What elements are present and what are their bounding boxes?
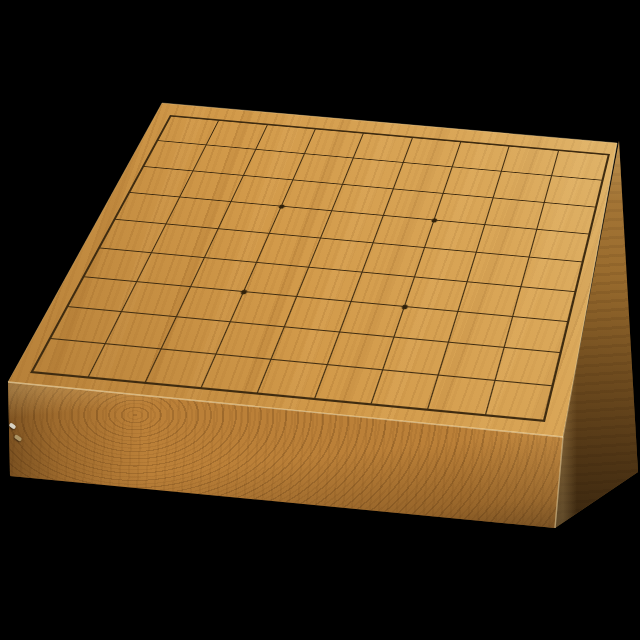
- board-square: [449, 312, 513, 348]
- metal-clamp-top: [8, 422, 16, 429]
- board-square: [495, 348, 559, 386]
- board-square: [486, 381, 551, 420]
- board-square: [513, 287, 575, 322]
- board-square: [439, 343, 504, 381]
- board-square: [504, 317, 567, 353]
- board-square: [459, 282, 521, 317]
- scene: [0, 0, 640, 640]
- shogi-grid: [30, 115, 610, 422]
- board-square: [468, 253, 529, 287]
- board-square: [429, 375, 495, 414]
- board-square: [394, 307, 458, 343]
- board-square: [415, 248, 477, 282]
- board-square: [405, 277, 468, 312]
- metal-clamp-bottom: [14, 434, 23, 442]
- board-square: [372, 370, 439, 409]
- board-square: [521, 258, 581, 292]
- board-square: [383, 338, 449, 375]
